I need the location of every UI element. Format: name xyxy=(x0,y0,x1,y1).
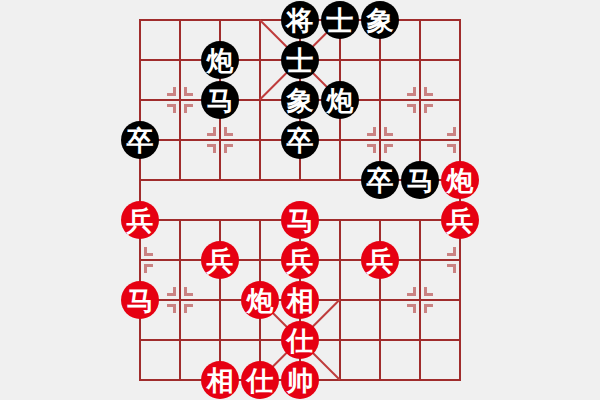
point-marker xyxy=(373,144,376,153)
point-marker xyxy=(173,304,176,313)
point-marker xyxy=(413,287,416,296)
grid-line xyxy=(419,219,421,381)
point-marker xyxy=(224,127,227,136)
grid-line xyxy=(379,19,381,181)
point-marker xyxy=(424,87,427,96)
piece-red-cannon[interactable]: 炮 xyxy=(441,161,479,199)
piece-black-advisor[interactable]: 士 xyxy=(321,1,359,39)
piece-black-advisor[interactable]: 士 xyxy=(281,41,319,79)
piece-black-soldier[interactable]: 卒 xyxy=(121,121,159,159)
piece-black-elephant[interactable]: 象 xyxy=(361,1,399,39)
piece-red-advisor[interactable]: 仕 xyxy=(241,361,279,399)
piece-red-horse[interactable]: 马 xyxy=(281,201,319,239)
piece-black-soldier[interactable]: 卒 xyxy=(361,161,399,199)
point-marker xyxy=(373,127,376,136)
piece-red-elephant[interactable]: 相 xyxy=(201,361,239,399)
point-marker xyxy=(144,264,147,273)
point-marker xyxy=(453,247,456,256)
piece-red-soldier[interactable]: 兵 xyxy=(201,241,239,279)
point-marker xyxy=(184,104,187,113)
point-marker xyxy=(453,144,456,153)
piece-black-cannon[interactable]: 炮 xyxy=(201,41,239,79)
piece-red-soldier[interactable]: 兵 xyxy=(121,201,159,239)
xiangqi-board[interactable]: 将士象炮士马象炮卒卒卒马炮兵马兵兵兵兵马炮相仕相仕帅 xyxy=(140,20,460,380)
piece-red-advisor[interactable]: 仕 xyxy=(281,321,319,359)
piece-red-horse[interactable]: 马 xyxy=(121,281,159,319)
point-marker xyxy=(424,304,427,313)
piece-black-elephant[interactable]: 象 xyxy=(281,81,319,119)
piece-red-general[interactable]: 帅 xyxy=(281,361,319,399)
point-marker xyxy=(413,304,416,313)
grid-line xyxy=(459,19,461,381)
point-marker xyxy=(453,264,456,273)
point-marker xyxy=(184,287,187,296)
piece-red-soldier[interactable]: 兵 xyxy=(361,241,399,279)
point-marker xyxy=(413,104,416,113)
grid-line xyxy=(419,19,421,181)
point-marker xyxy=(213,127,216,136)
point-marker xyxy=(173,287,176,296)
point-marker xyxy=(384,144,387,153)
point-marker xyxy=(144,247,147,256)
point-marker xyxy=(184,304,187,313)
piece-black-horse[interactable]: 马 xyxy=(401,161,439,199)
point-marker xyxy=(213,144,216,153)
point-marker xyxy=(184,87,187,96)
grid-line xyxy=(139,19,141,381)
grid-line xyxy=(179,19,181,181)
point-marker xyxy=(224,144,227,153)
point-marker xyxy=(424,287,427,296)
piece-black-soldier[interactable]: 卒 xyxy=(281,121,319,159)
piece-red-elephant[interactable]: 相 xyxy=(281,281,319,319)
point-marker xyxy=(424,104,427,113)
point-marker xyxy=(173,87,176,96)
grid-line xyxy=(179,219,181,381)
point-marker xyxy=(384,127,387,136)
point-marker xyxy=(173,104,176,113)
point-marker xyxy=(413,87,416,96)
piece-black-general[interactable]: 将 xyxy=(281,1,319,39)
point-marker xyxy=(453,127,456,136)
piece-black-horse[interactable]: 马 xyxy=(201,81,239,119)
piece-red-soldier[interactable]: 兵 xyxy=(441,201,479,239)
page: 将士象炮士马象炮卒卒卒马炮兵马兵兵兵兵马炮相仕相仕帅 xyxy=(0,0,600,400)
piece-black-cannon[interactable]: 炮 xyxy=(321,81,359,119)
piece-red-soldier[interactable]: 兵 xyxy=(281,241,319,279)
piece-red-cannon[interactable]: 炮 xyxy=(241,281,279,319)
